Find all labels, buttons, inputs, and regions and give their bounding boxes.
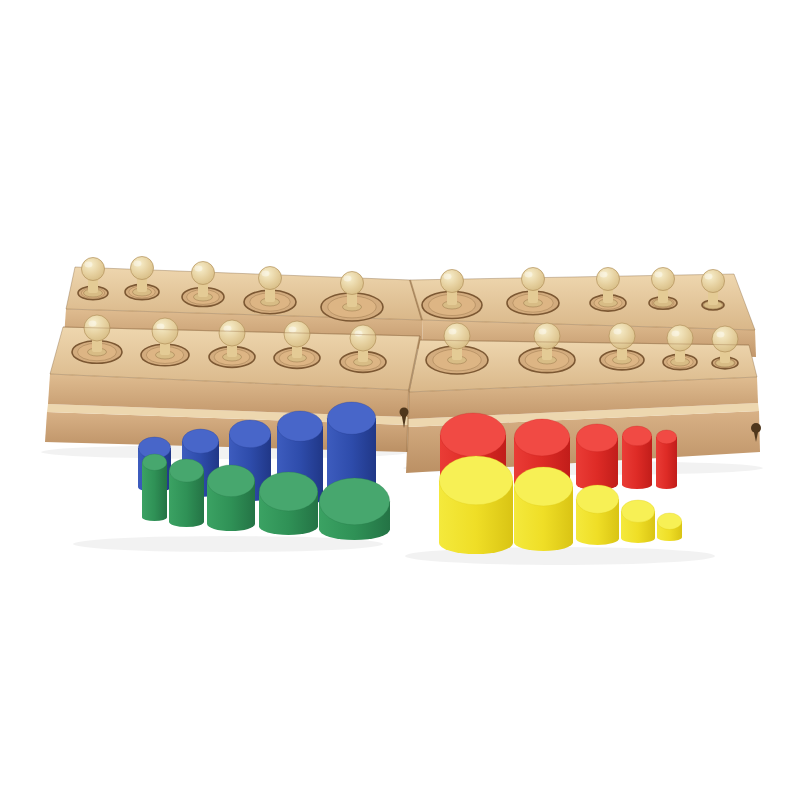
knob-highlight — [539, 329, 547, 335]
knob-highlight — [717, 332, 725, 338]
knob-highlight — [672, 331, 680, 337]
knob-highlight — [614, 329, 622, 335]
knobbed-cylinder-knob — [82, 258, 105, 298]
cylinder-body — [656, 437, 677, 489]
yellow-cylinder-3 — [576, 485, 619, 545]
knob-head — [192, 262, 215, 285]
knob-highlight — [444, 274, 452, 280]
yellow-cylinder-4 — [621, 500, 655, 543]
knob-highlight — [600, 272, 608, 278]
red-cylinder-3 — [576, 424, 618, 490]
knob-highlight — [705, 274, 713, 280]
cylinder-top — [439, 456, 512, 505]
product-photo-montessori-cylinder-blocks — [0, 0, 800, 800]
knob-head — [259, 267, 282, 290]
knob-highlight — [655, 272, 663, 278]
knob-head — [702, 270, 725, 293]
cylinder-body — [142, 462, 167, 521]
cylinder-top — [621, 500, 654, 522]
cylinder-top — [657, 513, 681, 530]
knob-highlight — [195, 266, 203, 272]
yellow-cylinder-5 — [657, 513, 682, 541]
knob-head — [341, 272, 364, 295]
knob-head — [219, 320, 245, 346]
cylinder-top — [576, 485, 618, 513]
green-cylinder-4 — [259, 472, 318, 535]
knob-head — [534, 323, 560, 349]
cylinder-top — [259, 472, 317, 511]
knob-head — [609, 323, 635, 349]
knob-head — [522, 268, 545, 291]
yellow-cylinder-2 — [514, 467, 573, 551]
knob-highlight — [344, 276, 352, 282]
red-cylinder-4 — [622, 426, 652, 489]
cylinder-top — [169, 459, 203, 482]
cylinder-top — [656, 430, 676, 444]
knob-highlight — [262, 271, 270, 277]
knobbed-cylinder-knob — [259, 267, 282, 307]
scene-svg — [0, 0, 800, 800]
knob-head — [597, 268, 620, 291]
knob-head — [652, 268, 675, 291]
knob-head — [82, 258, 105, 281]
knobbed-cylinder-knob — [522, 268, 545, 308]
cylinder-top — [182, 429, 218, 453]
knobbed-cylinder-knob — [192, 262, 215, 302]
knob-highlight — [355, 331, 363, 337]
green-cylinder-5 — [319, 478, 390, 540]
knob-head — [284, 321, 310, 347]
knobbed-cylinder-knob — [341, 272, 364, 312]
cylinder-top — [327, 402, 375, 434]
knob-highlight — [134, 261, 142, 267]
red-cylinder-5 — [656, 430, 677, 489]
green-cylinder-1 — [142, 454, 167, 521]
cylinder-top — [514, 419, 569, 456]
knob-head — [152, 318, 178, 344]
knob-head — [667, 325, 693, 351]
cylinder-top — [207, 465, 254, 497]
knob-highlight — [89, 321, 97, 327]
knob-head — [712, 326, 738, 352]
knobbed-cylinder-knob — [702, 270, 725, 310]
cylinder-top — [622, 426, 651, 446]
cylinder-top — [319, 478, 389, 525]
cylinder-top — [277, 411, 322, 441]
cylinder-top — [514, 467, 572, 506]
knob-head — [444, 323, 470, 349]
green-cylinder-3 — [207, 465, 255, 531]
knob-highlight — [449, 329, 457, 335]
knob-head — [441, 270, 464, 293]
knob-highlight — [525, 272, 533, 278]
green-cylinder-2 — [169, 459, 204, 527]
knobbed-cylinder-knob — [597, 268, 620, 308]
knob-head — [350, 325, 376, 351]
cylinder-top — [576, 424, 617, 452]
knobbed-cylinder-knob — [441, 270, 464, 310]
knobbed-cylinder-knob — [652, 268, 675, 308]
cylinder-top — [440, 413, 505, 457]
yellow-cylinder-1 — [439, 456, 513, 554]
cylinder-top — [142, 454, 166, 471]
knob-highlight — [157, 324, 165, 330]
knobbed-cylinder-knob — [131, 257, 154, 297]
knob-highlight — [289, 327, 297, 333]
knob-head — [131, 257, 154, 280]
cylinder-top — [229, 420, 270, 448]
knob-highlight — [85, 262, 93, 268]
